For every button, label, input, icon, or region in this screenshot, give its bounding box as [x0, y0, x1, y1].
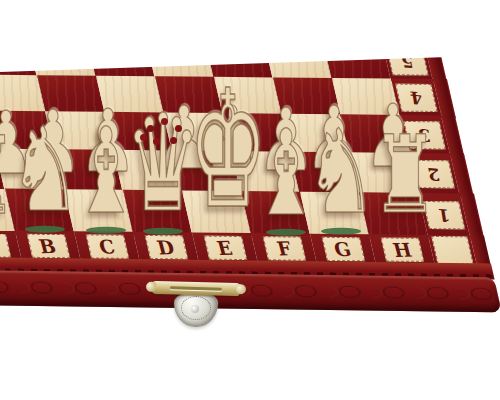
file-label-H: H: [369, 234, 435, 265]
chess-set-photo: 54321ABCDEFGH ♟♟♟♟♟♟♟♟♜♞♝♛♚♝♞♜: [0, 0, 500, 400]
piece-white-rook-h1[interactable]: ♜: [372, 121, 438, 228]
file-label-plate: G: [321, 237, 365, 261]
carved-pattern: [0, 274, 494, 306]
clasp-slot: [170, 286, 222, 290]
file-label-plate: H: [380, 237, 424, 261]
clasp-bar[interactable]: [152, 281, 240, 296]
piece-white-knight-g1[interactable]: ♞: [305, 115, 377, 231]
corner-plate: [428, 235, 477, 266]
corner-blank: [431, 236, 473, 264]
file-letter: G: [332, 238, 354, 260]
piece-white-knight-b1[interactable]: ♞: [9, 113, 81, 229]
clasp-pendant[interactable]: [174, 292, 218, 327]
box-side: [0, 270, 500, 312]
rank-number: 1: [436, 205, 451, 226]
file-letter: H: [390, 238, 414, 260]
file-letter: B: [37, 235, 59, 257]
